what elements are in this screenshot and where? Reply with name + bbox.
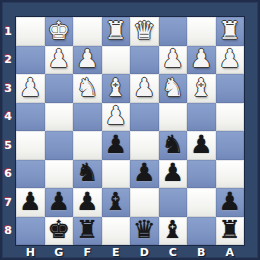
piece-white-pawn-f2[interactable]: ♟ xyxy=(76,46,98,71)
square-h8[interactable] xyxy=(16,217,45,246)
square-h1[interactable] xyxy=(16,17,45,46)
piece-black-pawn-a7[interactable]: ♟ xyxy=(219,189,241,214)
square-h4[interactable] xyxy=(16,103,45,132)
piece-white-pawn-e4[interactable]: ♟ xyxy=(105,103,127,128)
file-label-g: G xyxy=(45,245,74,259)
square-h7[interactable]: ♟ xyxy=(16,188,45,217)
file-label-e: E xyxy=(102,245,131,259)
piece-black-pawn-h7[interactable]: ♟ xyxy=(19,189,41,214)
square-c7[interactable] xyxy=(159,188,188,217)
piece-white-pawn-g2[interactable]: ♟ xyxy=(48,46,70,71)
piece-white-queen-d1[interactable]: ♛ xyxy=(133,18,155,43)
square-g2[interactable]: ♟ xyxy=(45,46,74,75)
square-g1[interactable]: ♚ xyxy=(45,17,74,46)
square-c6[interactable]: ♟ xyxy=(159,160,188,189)
piece-black-queen-d8[interactable]: ♛ xyxy=(133,217,155,242)
rank-label-6: 6 xyxy=(0,160,16,189)
file-label-b: B xyxy=(187,245,216,259)
chess-board: ♚♜♛♜♟♟♟♟♟♟♞♝♟♞♝♟♟♞♟♞♟♟♟♟♟♝♟♚♜♛♝♜ xyxy=(16,17,244,245)
piece-black-pawn-g7[interactable]: ♟ xyxy=(48,189,70,214)
square-d4[interactable] xyxy=(130,103,159,132)
square-d8[interactable]: ♛ xyxy=(130,217,159,246)
piece-black-pawn-f7[interactable]: ♟ xyxy=(76,189,98,214)
piece-black-pawn-c6[interactable]: ♟ xyxy=(162,160,184,185)
square-a4[interactable] xyxy=(216,103,245,132)
square-b3[interactable]: ♝ xyxy=(187,74,216,103)
piece-white-bishop-b3[interactable]: ♝ xyxy=(190,75,212,100)
piece-white-pawn-a2[interactable]: ♟ xyxy=(219,46,241,71)
square-f1[interactable] xyxy=(73,17,102,46)
square-c4[interactable] xyxy=(159,103,188,132)
square-g7[interactable]: ♟ xyxy=(45,188,74,217)
piece-black-bishop-e7[interactable]: ♝ xyxy=(105,189,127,214)
square-d7[interactable] xyxy=(130,188,159,217)
square-f3[interactable]: ♞ xyxy=(73,74,102,103)
square-e8[interactable] xyxy=(102,217,131,246)
square-h2[interactable] xyxy=(16,46,45,75)
square-a1[interactable]: ♜ xyxy=(216,17,245,46)
piece-black-pawn-e5[interactable]: ♟ xyxy=(105,132,127,157)
square-c8[interactable]: ♝ xyxy=(159,217,188,246)
piece-white-pawn-h3[interactable]: ♟ xyxy=(19,75,41,100)
square-e5[interactable]: ♟ xyxy=(102,131,131,160)
square-d2[interactable] xyxy=(130,46,159,75)
square-h5[interactable] xyxy=(16,131,45,160)
rank-label-5: 5 xyxy=(0,131,16,160)
square-g5[interactable] xyxy=(45,131,74,160)
square-g4[interactable] xyxy=(45,103,74,132)
square-a6[interactable] xyxy=(216,160,245,189)
square-e6[interactable] xyxy=(102,160,131,189)
piece-black-king-g8[interactable]: ♚ xyxy=(48,217,70,242)
file-labels: HGFEDCBA xyxy=(16,245,244,259)
square-h6[interactable] xyxy=(16,160,45,189)
square-g6[interactable] xyxy=(45,160,74,189)
piece-black-knight-c5[interactable]: ♞ xyxy=(162,132,184,157)
square-b4[interactable] xyxy=(187,103,216,132)
rank-label-7: 7 xyxy=(0,188,16,217)
square-e3[interactable]: ♝ xyxy=(102,74,131,103)
square-e4[interactable]: ♟ xyxy=(102,103,131,132)
square-g8[interactable]: ♚ xyxy=(45,217,74,246)
square-d1[interactable]: ♛ xyxy=(130,17,159,46)
rank-label-2: 2 xyxy=(0,46,16,75)
square-b6[interactable] xyxy=(187,160,216,189)
square-a7[interactable]: ♟ xyxy=(216,188,245,217)
square-f4[interactable] xyxy=(73,103,102,132)
piece-white-bishop-e3[interactable]: ♝ xyxy=(105,75,127,100)
piece-white-knight-f3[interactable]: ♞ xyxy=(76,75,98,100)
square-c2[interactable]: ♟ xyxy=(159,46,188,75)
piece-black-pawn-d6[interactable]: ♟ xyxy=(133,160,155,185)
rank-label-8: 8 xyxy=(0,217,16,246)
piece-white-rook-a1[interactable]: ♜ xyxy=(219,18,241,43)
rank-label-3: 3 xyxy=(0,74,16,103)
square-g3[interactable] xyxy=(45,74,74,103)
file-label-c: C xyxy=(159,245,188,259)
square-h3[interactable]: ♟ xyxy=(16,74,45,103)
file-label-a: A xyxy=(216,245,245,259)
piece-black-pawn-b5[interactable]: ♟ xyxy=(190,132,212,157)
square-f5[interactable] xyxy=(73,131,102,160)
square-b7[interactable] xyxy=(187,188,216,217)
piece-black-rook-f8[interactable]: ♜ xyxy=(76,217,98,242)
square-e2[interactable] xyxy=(102,46,131,75)
square-c3[interactable]: ♞ xyxy=(159,74,188,103)
piece-white-rook-e1[interactable]: ♜ xyxy=(105,18,127,43)
file-label-d: D xyxy=(130,245,159,259)
chess-diagram: 12345678 ♚♜♛♜♟♟♟♟♟♟♞♝♟♞♝♟♟♞♟♞♟♟♟♟♟♝♟♚♜♛♝… xyxy=(0,0,260,260)
square-a3[interactable] xyxy=(216,74,245,103)
piece-white-king-g1[interactable]: ♚ xyxy=(48,18,70,43)
square-b1[interactable] xyxy=(187,17,216,46)
square-f7[interactable]: ♟ xyxy=(73,188,102,217)
file-label-f: F xyxy=(73,245,102,259)
square-f8[interactable]: ♜ xyxy=(73,217,102,246)
rank-label-4: 4 xyxy=(0,103,16,132)
piece-white-pawn-b2[interactable]: ♟ xyxy=(190,46,212,71)
square-d6[interactable]: ♟ xyxy=(130,160,159,189)
square-b5[interactable]: ♟ xyxy=(187,131,216,160)
piece-white-pawn-c2[interactable]: ♟ xyxy=(162,46,184,71)
square-a5[interactable] xyxy=(216,131,245,160)
square-a8[interactable]: ♜ xyxy=(216,217,245,246)
piece-white-pawn-d3[interactable]: ♟ xyxy=(133,75,155,100)
square-f6[interactable]: ♞ xyxy=(73,160,102,189)
square-b2[interactable]: ♟ xyxy=(187,46,216,75)
square-d3[interactable]: ♟ xyxy=(130,74,159,103)
square-a2[interactable]: ♟ xyxy=(216,46,245,75)
rank-label-1: 1 xyxy=(0,17,16,46)
square-e7[interactable]: ♝ xyxy=(102,188,131,217)
square-c5[interactable]: ♞ xyxy=(159,131,188,160)
piece-white-knight-c3[interactable]: ♞ xyxy=(162,75,184,100)
piece-black-knight-f6[interactable]: ♞ xyxy=(76,160,98,185)
square-b8[interactable] xyxy=(187,217,216,246)
square-e1[interactable]: ♜ xyxy=(102,17,131,46)
file-label-h: H xyxy=(16,245,45,259)
square-c1[interactable] xyxy=(159,17,188,46)
square-d5[interactable] xyxy=(130,131,159,160)
piece-black-rook-a8[interactable]: ♜ xyxy=(219,217,241,242)
piece-black-bishop-c8[interactable]: ♝ xyxy=(162,217,184,242)
square-f2[interactable]: ♟ xyxy=(73,46,102,75)
rank-labels: 12345678 xyxy=(0,17,16,245)
